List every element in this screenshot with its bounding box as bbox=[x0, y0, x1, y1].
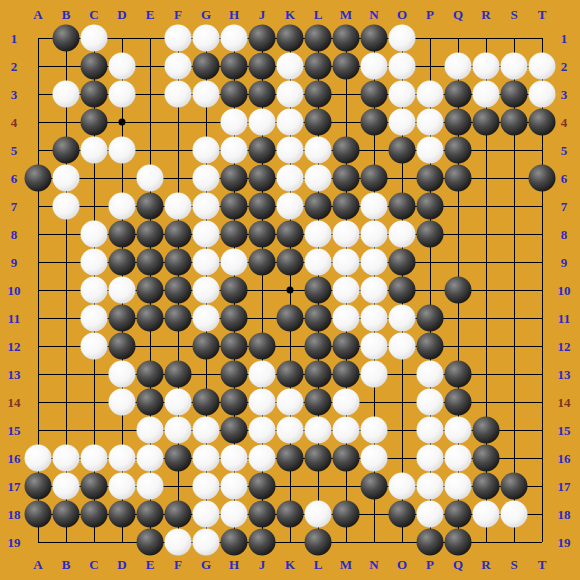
black-stone-L4[interactable] bbox=[305, 109, 332, 136]
white-stone-G9[interactable] bbox=[193, 249, 220, 276]
white-stone-G6[interactable] bbox=[193, 165, 220, 192]
black-stone-E13[interactable] bbox=[137, 361, 164, 388]
black-stone-K1[interactable] bbox=[277, 25, 304, 52]
white-stone-G10[interactable] bbox=[193, 277, 220, 304]
white-stone-G11[interactable] bbox=[193, 305, 220, 332]
black-stone-G12[interactable] bbox=[193, 333, 220, 360]
black-stone-N6[interactable] bbox=[361, 165, 388, 192]
black-stone-J17[interactable] bbox=[249, 473, 276, 500]
black-stone-A6[interactable] bbox=[25, 165, 52, 192]
black-stone-M7[interactable] bbox=[333, 193, 360, 220]
white-stone-P14[interactable] bbox=[417, 389, 444, 416]
black-stone-N3[interactable] bbox=[361, 81, 388, 108]
white-stone-P5[interactable] bbox=[417, 137, 444, 164]
white-stone-H18[interactable] bbox=[221, 501, 248, 528]
black-stone-C2[interactable] bbox=[81, 53, 108, 80]
white-stone-D17[interactable] bbox=[109, 473, 136, 500]
white-stone-G15[interactable] bbox=[193, 417, 220, 444]
white-stone-M10[interactable] bbox=[333, 277, 360, 304]
black-stone-M5[interactable] bbox=[333, 137, 360, 164]
white-stone-D3[interactable] bbox=[109, 81, 136, 108]
black-stone-A17[interactable] bbox=[25, 473, 52, 500]
row-label-left-5: 5 bbox=[11, 144, 18, 157]
black-stone-L1[interactable] bbox=[305, 25, 332, 52]
col-label-bottom-R: R bbox=[481, 558, 490, 571]
white-stone-G1[interactable] bbox=[193, 25, 220, 52]
row-label-left-1: 1 bbox=[11, 32, 18, 45]
black-stone-E11[interactable] bbox=[137, 305, 164, 332]
white-stone-G5[interactable] bbox=[193, 137, 220, 164]
white-stone-E16[interactable] bbox=[137, 445, 164, 472]
col-label-top-Q: Q bbox=[453, 8, 463, 21]
black-stone-Q18[interactable] bbox=[445, 501, 472, 528]
black-stone-A18[interactable] bbox=[25, 501, 52, 528]
col-label-top-H: H bbox=[229, 8, 239, 21]
black-stone-K16[interactable] bbox=[277, 445, 304, 472]
black-stone-M2[interactable] bbox=[333, 53, 360, 80]
row-label-left-9: 9 bbox=[11, 256, 18, 269]
white-stone-L8[interactable] bbox=[305, 221, 332, 248]
black-stone-O18[interactable] bbox=[389, 501, 416, 528]
white-stone-K7[interactable] bbox=[277, 193, 304, 220]
black-stone-J7[interactable] bbox=[249, 193, 276, 220]
white-stone-D16[interactable] bbox=[109, 445, 136, 472]
black-stone-J6[interactable] bbox=[249, 165, 276, 192]
white-stone-N7[interactable] bbox=[361, 193, 388, 220]
white-stone-F19[interactable] bbox=[165, 529, 192, 556]
black-stone-M18[interactable] bbox=[333, 501, 360, 528]
black-stone-B5[interactable] bbox=[53, 137, 80, 164]
black-stone-Q4[interactable] bbox=[445, 109, 472, 136]
col-label-top-B: B bbox=[62, 8, 71, 21]
col-label-top-L: L bbox=[314, 8, 323, 21]
black-stone-H12[interactable] bbox=[221, 333, 248, 360]
col-label-top-E: E bbox=[146, 8, 155, 21]
white-stone-L9[interactable] bbox=[305, 249, 332, 276]
col-label-top-K: K bbox=[285, 8, 295, 21]
black-stone-T6[interactable] bbox=[529, 165, 556, 192]
white-stone-J13[interactable] bbox=[249, 361, 276, 388]
row-label-right-2: 2 bbox=[561, 60, 568, 73]
white-stone-O3[interactable] bbox=[389, 81, 416, 108]
black-stone-E19[interactable] bbox=[137, 529, 164, 556]
white-stone-D7[interactable] bbox=[109, 193, 136, 220]
white-stone-K5[interactable] bbox=[277, 137, 304, 164]
row-label-left-14: 14 bbox=[8, 396, 21, 409]
col-label-top-J: J bbox=[259, 8, 266, 21]
black-stone-O10[interactable] bbox=[389, 277, 416, 304]
row-label-left-19: 19 bbox=[8, 536, 21, 549]
white-stone-P13[interactable] bbox=[417, 361, 444, 388]
black-stone-R16[interactable] bbox=[473, 445, 500, 472]
white-stone-O2[interactable] bbox=[389, 53, 416, 80]
black-stone-R17[interactable] bbox=[473, 473, 500, 500]
row-label-right-17: 17 bbox=[558, 480, 571, 493]
white-stone-P18[interactable] bbox=[417, 501, 444, 528]
black-stone-Q14[interactable] bbox=[445, 389, 472, 416]
white-stone-T2[interactable] bbox=[529, 53, 556, 80]
white-stone-L6[interactable] bbox=[305, 165, 332, 192]
black-stone-C3[interactable] bbox=[81, 81, 108, 108]
col-label-top-G: G bbox=[201, 8, 211, 21]
black-stone-B1[interactable] bbox=[53, 25, 80, 52]
white-stone-B6[interactable] bbox=[53, 165, 80, 192]
white-stone-D14[interactable] bbox=[109, 389, 136, 416]
black-stone-L19[interactable] bbox=[305, 529, 332, 556]
col-label-bottom-S: S bbox=[510, 558, 517, 571]
col-label-bottom-Q: Q bbox=[453, 558, 463, 571]
row-label-right-9: 9 bbox=[561, 256, 568, 269]
white-stone-L5[interactable] bbox=[305, 137, 332, 164]
black-stone-P12[interactable] bbox=[417, 333, 444, 360]
white-stone-B16[interactable] bbox=[53, 445, 80, 472]
black-stone-P8[interactable] bbox=[417, 221, 444, 248]
white-stone-H5[interactable] bbox=[221, 137, 248, 164]
black-stone-L16[interactable] bbox=[305, 445, 332, 472]
white-stone-P16[interactable] bbox=[417, 445, 444, 472]
black-stone-H19[interactable] bbox=[221, 529, 248, 556]
black-stone-B18[interactable] bbox=[53, 501, 80, 528]
white-stone-E15[interactable] bbox=[137, 417, 164, 444]
white-stone-E17[interactable] bbox=[137, 473, 164, 500]
white-stone-O12[interactable] bbox=[389, 333, 416, 360]
black-stone-Q10[interactable] bbox=[445, 277, 472, 304]
white-stone-H1[interactable] bbox=[221, 25, 248, 52]
black-stone-N17[interactable] bbox=[361, 473, 388, 500]
row-label-left-13: 13 bbox=[8, 368, 21, 381]
white-stone-K15[interactable] bbox=[277, 417, 304, 444]
black-stone-Q3[interactable] bbox=[445, 81, 472, 108]
white-stone-L15[interactable] bbox=[305, 417, 332, 444]
white-stone-N12[interactable] bbox=[361, 333, 388, 360]
white-stone-G18[interactable] bbox=[193, 501, 220, 528]
row-label-left-6: 6 bbox=[11, 172, 18, 185]
white-stone-Q15[interactable] bbox=[445, 417, 472, 444]
col-label-top-A: A bbox=[33, 8, 42, 21]
black-stone-O9[interactable] bbox=[389, 249, 416, 276]
white-stone-N16[interactable] bbox=[361, 445, 388, 472]
white-stone-N2[interactable] bbox=[361, 53, 388, 80]
white-stone-F2[interactable] bbox=[165, 53, 192, 80]
black-stone-F11[interactable] bbox=[165, 305, 192, 332]
black-stone-J9[interactable] bbox=[249, 249, 276, 276]
white-stone-O17[interactable] bbox=[389, 473, 416, 500]
black-stone-H3[interactable] bbox=[221, 81, 248, 108]
white-stone-G3[interactable] bbox=[193, 81, 220, 108]
white-stone-M11[interactable] bbox=[333, 305, 360, 332]
black-stone-H6[interactable] bbox=[221, 165, 248, 192]
black-stone-N4[interactable] bbox=[361, 109, 388, 136]
row-label-right-11: 11 bbox=[558, 312, 570, 325]
white-stone-G8[interactable] bbox=[193, 221, 220, 248]
black-stone-H8[interactable] bbox=[221, 221, 248, 248]
row-label-right-18: 18 bbox=[558, 508, 571, 521]
row-label-right-6: 6 bbox=[561, 172, 568, 185]
black-stone-O7[interactable] bbox=[389, 193, 416, 220]
white-stone-O11[interactable] bbox=[389, 305, 416, 332]
col-label-bottom-H: H bbox=[229, 558, 239, 571]
black-stone-N1[interactable] bbox=[361, 25, 388, 52]
white-stone-K2[interactable] bbox=[277, 53, 304, 80]
white-stone-C10[interactable] bbox=[81, 277, 108, 304]
black-stone-L10[interactable] bbox=[305, 277, 332, 304]
black-stone-C17[interactable] bbox=[81, 473, 108, 500]
white-stone-H16[interactable] bbox=[221, 445, 248, 472]
row-label-right-5: 5 bbox=[561, 144, 568, 157]
black-stone-J18[interactable] bbox=[249, 501, 276, 528]
white-stone-S18[interactable] bbox=[501, 501, 528, 528]
row-label-right-3: 3 bbox=[561, 88, 568, 101]
black-stone-K11[interactable] bbox=[277, 305, 304, 332]
white-stone-P15[interactable] bbox=[417, 417, 444, 444]
col-label-bottom-B: B bbox=[62, 558, 71, 571]
black-stone-T4[interactable] bbox=[529, 109, 556, 136]
white-stone-C1[interactable] bbox=[81, 25, 108, 52]
white-stone-C11[interactable] bbox=[81, 305, 108, 332]
black-stone-L13[interactable] bbox=[305, 361, 332, 388]
black-stone-R15[interactable] bbox=[473, 417, 500, 444]
white-stone-D5[interactable] bbox=[109, 137, 136, 164]
row-label-left-12: 12 bbox=[8, 340, 21, 353]
black-stone-O5[interactable] bbox=[389, 137, 416, 164]
white-stone-R18[interactable] bbox=[473, 501, 500, 528]
black-stone-L2[interactable] bbox=[305, 53, 332, 80]
white-stone-P3[interactable] bbox=[417, 81, 444, 108]
white-stone-B3[interactable] bbox=[53, 81, 80, 108]
black-stone-E14[interactable] bbox=[137, 389, 164, 416]
white-stone-N10[interactable] bbox=[361, 277, 388, 304]
white-stone-J14[interactable] bbox=[249, 389, 276, 416]
black-stone-J5[interactable] bbox=[249, 137, 276, 164]
black-stone-J8[interactable] bbox=[249, 221, 276, 248]
col-label-top-O: O bbox=[397, 8, 407, 21]
black-stone-C18[interactable] bbox=[81, 501, 108, 528]
black-stone-H15[interactable] bbox=[221, 417, 248, 444]
white-stone-C16[interactable] bbox=[81, 445, 108, 472]
white-stone-Q17[interactable] bbox=[445, 473, 472, 500]
white-stone-H9[interactable] bbox=[221, 249, 248, 276]
black-stone-L14[interactable] bbox=[305, 389, 332, 416]
row-label-right-4: 4 bbox=[561, 116, 568, 129]
black-stone-G14[interactable] bbox=[193, 389, 220, 416]
white-stone-G17[interactable] bbox=[193, 473, 220, 500]
black-stone-S3[interactable] bbox=[501, 81, 528, 108]
white-stone-C5[interactable] bbox=[81, 137, 108, 164]
white-stone-Q2[interactable] bbox=[445, 53, 472, 80]
white-stone-N11[interactable] bbox=[361, 305, 388, 332]
black-stone-J19[interactable] bbox=[249, 529, 276, 556]
black-stone-M16[interactable] bbox=[333, 445, 360, 472]
white-stone-D10[interactable] bbox=[109, 277, 136, 304]
white-stone-D2[interactable] bbox=[109, 53, 136, 80]
row-label-left-4: 4 bbox=[11, 116, 18, 129]
white-stone-E6[interactable] bbox=[137, 165, 164, 192]
black-stone-D11[interactable] bbox=[109, 305, 136, 332]
white-stone-G7[interactable] bbox=[193, 193, 220, 220]
col-label-bottom-L: L bbox=[314, 558, 323, 571]
black-stone-Q19[interactable] bbox=[445, 529, 472, 556]
row-label-left-17: 17 bbox=[8, 480, 21, 493]
col-label-bottom-T: T bbox=[538, 558, 547, 571]
white-stone-N13[interactable] bbox=[361, 361, 388, 388]
black-stone-P11[interactable] bbox=[417, 305, 444, 332]
col-label-top-R: R bbox=[481, 8, 490, 21]
black-stone-G2[interactable] bbox=[193, 53, 220, 80]
black-stone-E10[interactable] bbox=[137, 277, 164, 304]
col-label-top-F: F bbox=[174, 8, 182, 21]
row-label-right-14: 14 bbox=[558, 396, 571, 409]
white-stone-H4[interactable] bbox=[221, 109, 248, 136]
black-stone-E18[interactable] bbox=[137, 501, 164, 528]
black-stone-K18[interactable] bbox=[277, 501, 304, 528]
white-stone-C9[interactable] bbox=[81, 249, 108, 276]
black-stone-J1[interactable] bbox=[249, 25, 276, 52]
col-label-top-N: N bbox=[369, 8, 378, 21]
black-stone-C4[interactable] bbox=[81, 109, 108, 136]
black-stone-S4[interactable] bbox=[501, 109, 528, 136]
white-stone-Q16[interactable] bbox=[445, 445, 472, 472]
white-stone-K6[interactable] bbox=[277, 165, 304, 192]
white-stone-F7[interactable] bbox=[165, 193, 192, 220]
black-stone-H14[interactable] bbox=[221, 389, 248, 416]
row-label-left-2: 2 bbox=[11, 60, 18, 73]
white-stone-N15[interactable] bbox=[361, 417, 388, 444]
col-label-bottom-C: C bbox=[89, 558, 98, 571]
white-stone-C12[interactable] bbox=[81, 333, 108, 360]
white-stone-K3[interactable] bbox=[277, 81, 304, 108]
row-label-left-7: 7 bbox=[11, 200, 18, 213]
black-stone-E8[interactable] bbox=[137, 221, 164, 248]
black-stone-P19[interactable] bbox=[417, 529, 444, 556]
white-stone-G19[interactable] bbox=[193, 529, 220, 556]
black-stone-F9[interactable] bbox=[165, 249, 192, 276]
white-stone-P4[interactable] bbox=[417, 109, 444, 136]
black-stone-M6[interactable] bbox=[333, 165, 360, 192]
black-stone-J12[interactable] bbox=[249, 333, 276, 360]
black-stone-S17[interactable] bbox=[501, 473, 528, 500]
row-label-right-10: 10 bbox=[558, 284, 571, 297]
white-stone-M9[interactable] bbox=[333, 249, 360, 276]
black-stone-F8[interactable] bbox=[165, 221, 192, 248]
black-stone-H7[interactable] bbox=[221, 193, 248, 220]
black-stone-L7[interactable] bbox=[305, 193, 332, 220]
black-stone-Q5[interactable] bbox=[445, 137, 472, 164]
white-stone-K4[interactable] bbox=[277, 109, 304, 136]
row-label-right-19: 19 bbox=[558, 536, 571, 549]
row-label-left-3: 3 bbox=[11, 88, 18, 101]
white-stone-B7[interactable] bbox=[53, 193, 80, 220]
black-stone-M12[interactable] bbox=[333, 333, 360, 360]
white-stone-O4[interactable] bbox=[389, 109, 416, 136]
white-stone-M15[interactable] bbox=[333, 417, 360, 444]
white-stone-R3[interactable] bbox=[473, 81, 500, 108]
black-stone-F18[interactable] bbox=[165, 501, 192, 528]
row-label-right-15: 15 bbox=[558, 424, 571, 437]
white-stone-N9[interactable] bbox=[361, 249, 388, 276]
white-stone-F15[interactable] bbox=[165, 417, 192, 444]
white-stone-P17[interactable] bbox=[417, 473, 444, 500]
row-label-right-8: 8 bbox=[561, 228, 568, 241]
black-stone-M13[interactable] bbox=[333, 361, 360, 388]
black-stone-P7[interactable] bbox=[417, 193, 444, 220]
black-stone-L12[interactable] bbox=[305, 333, 332, 360]
white-stone-A16[interactable] bbox=[25, 445, 52, 472]
col-label-bottom-N: N bbox=[369, 558, 378, 571]
col-label-bottom-P: P bbox=[426, 558, 434, 571]
black-stone-D12[interactable] bbox=[109, 333, 136, 360]
white-stone-G16[interactable] bbox=[193, 445, 220, 472]
black-stone-H11[interactable] bbox=[221, 305, 248, 332]
black-stone-K8[interactable] bbox=[277, 221, 304, 248]
black-stone-D18[interactable] bbox=[109, 501, 136, 528]
black-stone-L11[interactable] bbox=[305, 305, 332, 332]
black-stone-Q6[interactable] bbox=[445, 165, 472, 192]
white-stone-J16[interactable] bbox=[249, 445, 276, 472]
go-board[interactable]: AABBCCDDEEFFGGHHJJKKLLMMNNOOPPQQRRSSTT11… bbox=[0, 0, 580, 580]
white-stone-J4[interactable] bbox=[249, 109, 276, 136]
row-label-left-18: 18 bbox=[8, 508, 21, 521]
black-stone-M1[interactable] bbox=[333, 25, 360, 52]
black-stone-L3[interactable] bbox=[305, 81, 332, 108]
white-stone-D13[interactable] bbox=[109, 361, 136, 388]
white-stone-R2[interactable] bbox=[473, 53, 500, 80]
white-stone-L18[interactable] bbox=[305, 501, 332, 528]
black-stone-H13[interactable] bbox=[221, 361, 248, 388]
white-stone-N8[interactable] bbox=[361, 221, 388, 248]
row-label-left-11: 11 bbox=[8, 312, 20, 325]
white-stone-F14[interactable] bbox=[165, 389, 192, 416]
black-stone-F16[interactable] bbox=[165, 445, 192, 472]
black-stone-F13[interactable] bbox=[165, 361, 192, 388]
black-stone-D8[interactable] bbox=[109, 221, 136, 248]
col-label-top-T: T bbox=[538, 8, 547, 21]
white-stone-F3[interactable] bbox=[165, 81, 192, 108]
col-label-bottom-G: G bbox=[201, 558, 211, 571]
white-stone-S2[interactable] bbox=[501, 53, 528, 80]
row-label-right-7: 7 bbox=[561, 200, 568, 213]
black-stone-E9[interactable] bbox=[137, 249, 164, 276]
black-stone-F10[interactable] bbox=[165, 277, 192, 304]
white-stone-B17[interactable] bbox=[53, 473, 80, 500]
white-stone-K14[interactable] bbox=[277, 389, 304, 416]
white-stone-M14[interactable] bbox=[333, 389, 360, 416]
black-stone-H10[interactable] bbox=[221, 277, 248, 304]
black-stone-K13[interactable] bbox=[277, 361, 304, 388]
black-stone-K9[interactable] bbox=[277, 249, 304, 276]
black-stone-Q13[interactable] bbox=[445, 361, 472, 388]
white-stone-O8[interactable] bbox=[389, 221, 416, 248]
row-label-right-12: 12 bbox=[558, 340, 571, 353]
col-label-bottom-O: O bbox=[397, 558, 407, 571]
star-point-K10 bbox=[287, 287, 294, 294]
black-stone-E7[interactable] bbox=[137, 193, 164, 220]
white-stone-F1[interactable] bbox=[165, 25, 192, 52]
row-label-right-16: 16 bbox=[558, 452, 571, 465]
white-stone-H17[interactable] bbox=[221, 473, 248, 500]
black-stone-J2[interactable] bbox=[249, 53, 276, 80]
col-label-bottom-J: J bbox=[259, 558, 266, 571]
white-stone-M8[interactable] bbox=[333, 221, 360, 248]
white-stone-T3[interactable] bbox=[529, 81, 556, 108]
white-stone-J15[interactable] bbox=[249, 417, 276, 444]
black-stone-R4[interactable] bbox=[473, 109, 500, 136]
white-stone-C8[interactable] bbox=[81, 221, 108, 248]
black-stone-J3[interactable] bbox=[249, 81, 276, 108]
black-stone-H2[interactable] bbox=[221, 53, 248, 80]
white-stone-O1[interactable] bbox=[389, 25, 416, 52]
black-stone-D9[interactable] bbox=[109, 249, 136, 276]
black-stone-P6[interactable] bbox=[417, 165, 444, 192]
